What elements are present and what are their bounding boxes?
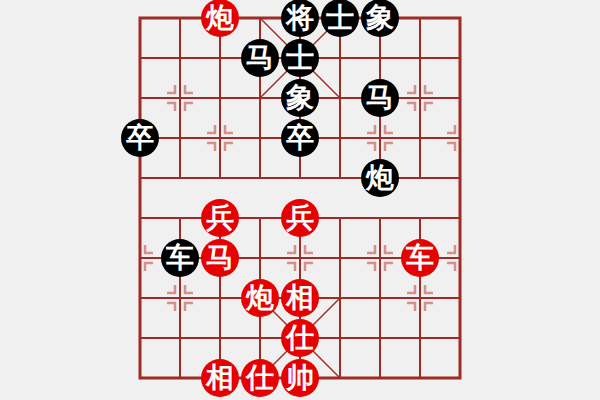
red-horse[interactable]: 马 — [201, 239, 239, 277]
red-cannon[interactable]: 炮 — [241, 279, 279, 317]
red-cannon[interactable]: 炮 — [201, 0, 239, 37]
red-soldier[interactable]: 兵 — [281, 199, 319, 237]
black-soldier[interactable]: 卒 — [281, 119, 319, 157]
red-advisor[interactable]: 仕 — [241, 359, 279, 397]
black-elephant[interactable]: 象 — [281, 79, 319, 117]
black-horse[interactable]: 马 — [361, 79, 399, 117]
black-chariot[interactable]: 车 — [161, 239, 199, 277]
red-elephant[interactable]: 相 — [281, 279, 319, 317]
red-chariot[interactable]: 车 — [401, 239, 439, 277]
red-elephant[interactable]: 相 — [201, 359, 239, 397]
black-advisor[interactable]: 士 — [321, 0, 359, 37]
black-general[interactable]: 将 — [281, 0, 319, 37]
red-advisor[interactable]: 仕 — [281, 319, 319, 357]
black-cannon[interactable]: 炮 — [361, 159, 399, 197]
red-general[interactable]: 帅 — [281, 359, 319, 397]
black-elephant[interactable]: 象 — [361, 0, 399, 37]
black-soldier[interactable]: 卒 — [121, 119, 159, 157]
black-advisor[interactable]: 士 — [281, 39, 319, 77]
red-soldier[interactable]: 兵 — [201, 199, 239, 237]
black-horse[interactable]: 马 — [241, 39, 279, 77]
piece-layer: 炮将士象马士象马卒卒炮兵兵车马车炮相仕相仕帅 — [120, 0, 480, 398]
xiangqi-screen: 炮将士象马士象马卒卒炮兵兵车马车炮相仕相仕帅 — [0, 0, 600, 400]
